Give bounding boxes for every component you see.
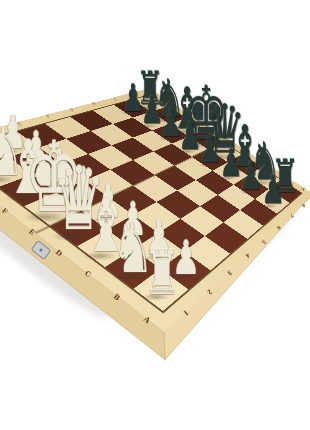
chess-set-photo: AA11BB22CC33DD44EE55FF66GG77HH88 ♜♟♞♟♝♟♚… <box>0 0 310 430</box>
